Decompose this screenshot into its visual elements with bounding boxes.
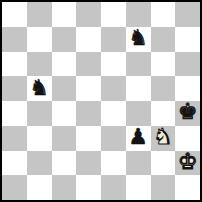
square-f6[interactable]	[126, 52, 151, 77]
square-f3[interactable]: ♟	[126, 126, 151, 151]
square-g5[interactable]	[151, 76, 176, 101]
square-g2[interactable]	[151, 151, 176, 176]
square-g7[interactable]	[151, 27, 176, 52]
square-a1[interactable]	[2, 175, 27, 200]
square-f4[interactable]	[126, 101, 151, 126]
square-e1[interactable]	[101, 175, 126, 200]
square-d4[interactable]	[76, 101, 101, 126]
square-h7[interactable]	[175, 27, 200, 52]
square-e2[interactable]	[101, 151, 126, 176]
square-c3[interactable]	[52, 126, 77, 151]
square-d6[interactable]	[76, 52, 101, 77]
square-d7[interactable]	[76, 27, 101, 52]
square-h3[interactable]	[175, 126, 200, 151]
square-g8[interactable]	[151, 2, 176, 27]
square-e4[interactable]	[101, 101, 126, 126]
square-e3[interactable]	[101, 126, 126, 151]
square-b5[interactable]: ♞	[27, 76, 52, 101]
square-f5[interactable]	[126, 76, 151, 101]
square-f1[interactable]	[126, 175, 151, 200]
square-f7[interactable]: ♞	[126, 27, 151, 52]
square-h6[interactable]	[175, 52, 200, 77]
square-a3[interactable]	[2, 126, 27, 151]
square-a6[interactable]	[2, 52, 27, 77]
square-b3[interactable]	[27, 126, 52, 151]
square-a7[interactable]	[2, 27, 27, 52]
square-e7[interactable]	[101, 27, 126, 52]
black-pawn-piece[interactable]: ♟	[128, 126, 148, 148]
square-e8[interactable]	[101, 2, 126, 27]
square-g6[interactable]	[151, 52, 176, 77]
square-g3[interactable]: ♞	[151, 126, 176, 151]
square-e6[interactable]	[101, 52, 126, 77]
square-f8[interactable]	[126, 2, 151, 27]
square-d5[interactable]	[76, 76, 101, 101]
square-c7[interactable]	[52, 27, 77, 52]
square-a5[interactable]	[2, 76, 27, 101]
square-b6[interactable]	[27, 52, 52, 77]
square-b7[interactable]	[27, 27, 52, 52]
square-h4[interactable]: ♚	[175, 101, 200, 126]
black-knight-piece[interactable]: ♞	[128, 27, 148, 49]
square-d1[interactable]	[76, 175, 101, 200]
square-h8[interactable]	[175, 2, 200, 27]
square-b2[interactable]	[27, 151, 52, 176]
square-c1[interactable]	[52, 175, 77, 200]
square-b4[interactable]	[27, 101, 52, 126]
square-b8[interactable]	[27, 2, 52, 27]
square-g1[interactable]	[151, 175, 176, 200]
square-g4[interactable]	[151, 101, 176, 126]
square-c6[interactable]	[52, 52, 77, 77]
square-f2[interactable]	[126, 151, 151, 176]
square-d3[interactable]	[76, 126, 101, 151]
square-c5[interactable]	[52, 76, 77, 101]
square-e5[interactable]	[101, 76, 126, 101]
square-a4[interactable]	[2, 101, 27, 126]
white-king-piece[interactable]: ♚	[178, 151, 198, 173]
square-c2[interactable]	[52, 151, 77, 176]
square-c8[interactable]	[52, 2, 77, 27]
square-h2[interactable]: ♚	[175, 151, 200, 176]
chess-board: ♞♞♚♟♞♚	[2, 2, 200, 200]
square-b1[interactable]	[27, 175, 52, 200]
chess-board-frame: ♞♞♚♟♞♚	[0, 0, 202, 202]
square-d8[interactable]	[76, 2, 101, 27]
square-c4[interactable]	[52, 101, 77, 126]
white-knight-piece[interactable]: ♞	[153, 126, 173, 148]
square-h1[interactable]	[175, 175, 200, 200]
black-king-piece[interactable]: ♚	[178, 101, 198, 123]
square-h5[interactable]	[175, 76, 200, 101]
square-d2[interactable]	[76, 151, 101, 176]
square-a8[interactable]	[2, 2, 27, 27]
black-knight-piece[interactable]: ♞	[29, 77, 49, 99]
square-a2[interactable]	[2, 151, 27, 176]
